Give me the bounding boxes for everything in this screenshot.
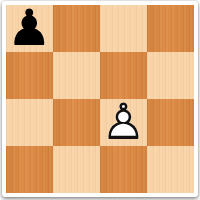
square-r1c4[interactable] — [147, 5, 194, 52]
square-r2c3[interactable] — [100, 52, 147, 99]
square-r2c4[interactable] — [147, 52, 194, 99]
square-r2c2[interactable] — [53, 52, 100, 99]
square-r3c3[interactable]: ♟♙ — [100, 99, 147, 146]
square-r3c4[interactable] — [147, 99, 194, 146]
black-pawn-glyph: ♟ — [6, 5, 53, 52]
square-r4c2[interactable] — [53, 146, 100, 193]
square-r4c3[interactable] — [100, 146, 147, 193]
square-r4c4[interactable] — [147, 146, 194, 193]
square-r2c1[interactable] — [6, 52, 53, 99]
white-pawn-outline: ♙ — [100, 99, 147, 146]
square-r1c2[interactable] — [53, 5, 100, 52]
square-r3c2[interactable] — [53, 99, 100, 146]
square-r3c1[interactable] — [6, 99, 53, 146]
black-pawn[interactable]: ♟ — [6, 5, 53, 52]
chess-board: ♟♟♙ — [6, 5, 194, 193]
square-r1c1[interactable]: ♟ — [6, 5, 53, 52]
square-r4c1[interactable] — [6, 146, 53, 193]
square-r1c3[interactable] — [100, 5, 147, 52]
board-frame: ♟♟♙ — [2, 1, 198, 197]
white-pawn[interactable]: ♟♙ — [100, 99, 147, 146]
